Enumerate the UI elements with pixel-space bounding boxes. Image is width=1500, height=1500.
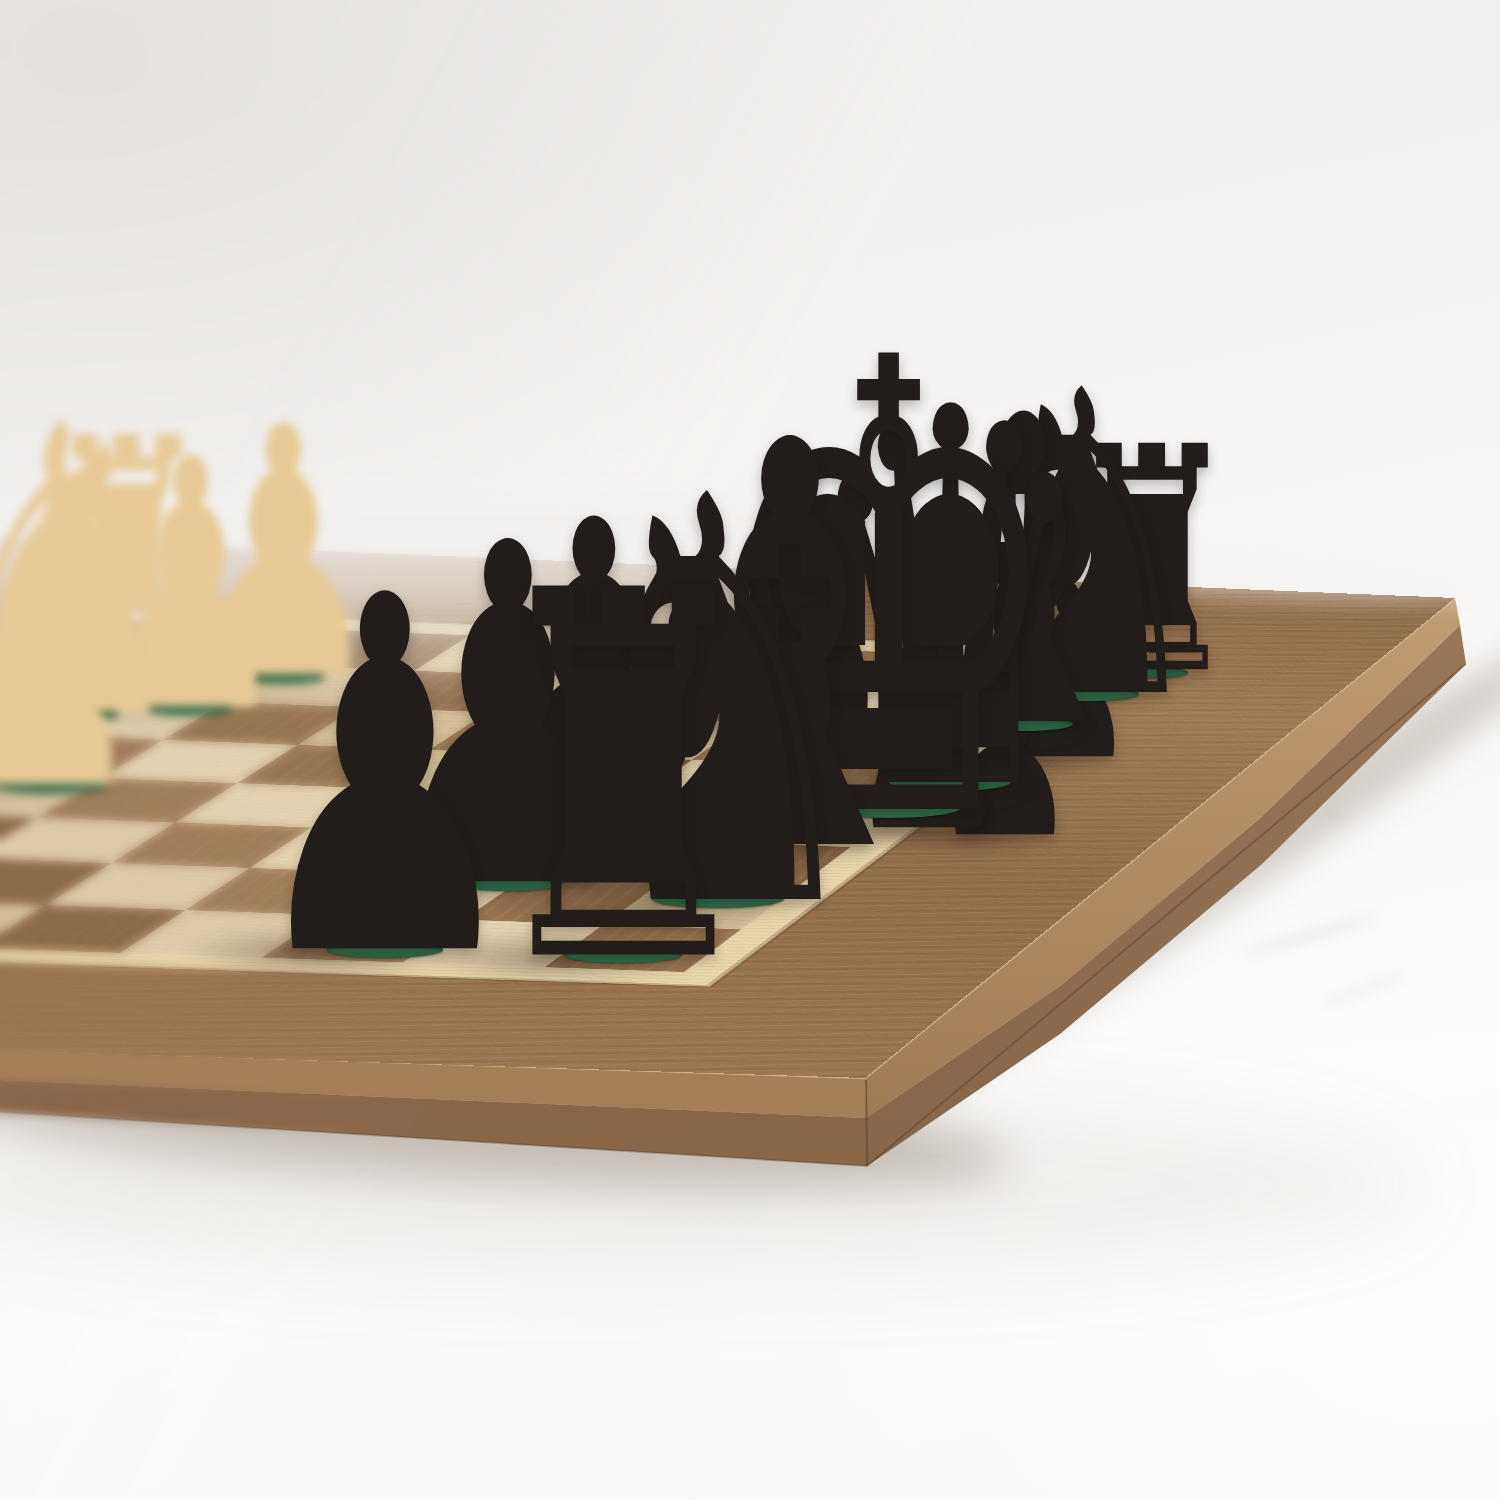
- pawn-glyph: ♟: [228, 534, 542, 1024]
- photo-canvas: ♜♟♟♟♞♜♟♞♟♝♟♛♟♚♟♝♞♟♜♟: [0, 0, 1500, 1500]
- black-pawn-h7: ♟: [140, 534, 630, 1024]
- pieces-layer: ♜♟♟♟♞♜♟♞♟♝♟♛♟♚♟♝♞♟♜♟: [0, 0, 1500, 1500]
